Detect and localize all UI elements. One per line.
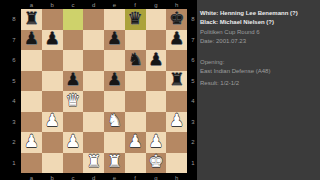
square-a8[interactable]: ♜	[21, 9, 42, 30]
square-g4[interactable]	[146, 91, 167, 112]
event-label: Politiken Cup Round 6	[200, 28, 320, 37]
file-label-b: b	[42, 1, 63, 9]
square-a4[interactable]	[21, 91, 42, 112]
white-player-label: White: Henning Lee Benemann (?)	[200, 9, 320, 18]
square-b8[interactable]	[42, 9, 63, 30]
file-label-f: f	[125, 1, 146, 9]
chess-game-view: abcdefgh 87654321 ♜♛♚♟♟♟♟♞♟♟♟♜♛♟♞♟♟♟♟♟♜♜…	[0, 0, 320, 180]
square-e7[interactable]: ♟	[104, 30, 125, 51]
square-e8[interactable]	[104, 9, 125, 30]
piece-white-pawn: ♟	[45, 112, 60, 129]
piece-white-pawn: ♟	[148, 133, 163, 150]
rank-label-7: 7	[9, 30, 19, 51]
square-f7[interactable]	[125, 30, 146, 51]
square-a2[interactable]: ♟	[21, 132, 42, 153]
piece-black-pawn: ♟	[24, 30, 39, 47]
square-e5[interactable]: ♟	[104, 71, 125, 92]
rank-label-4: 4	[9, 91, 19, 112]
square-h3[interactable]: ♟	[166, 112, 187, 133]
file-label-f: f	[125, 174, 146, 180]
square-d1[interactable]: ♜	[83, 153, 104, 174]
file-label-c: c	[63, 174, 84, 180]
square-h8[interactable]: ♚	[166, 9, 187, 30]
rank-label-3: 3	[9, 112, 19, 133]
square-f3[interactable]	[125, 112, 146, 133]
piece-white-pawn: ♟	[128, 133, 143, 150]
square-c3[interactable]	[63, 112, 84, 133]
file-label-g: g	[146, 174, 167, 180]
piece-black-pawn: ♟	[148, 51, 163, 68]
file-label-e: e	[104, 1, 125, 9]
rank-label-5: 5	[9, 71, 19, 92]
square-g1[interactable]: ♚	[146, 153, 167, 174]
piece-white-pawn: ♟	[24, 133, 39, 150]
square-f8[interactable]: ♛	[125, 9, 146, 30]
opening-name-label: East Indian Defense (A48)	[200, 67, 320, 76]
square-h1[interactable]	[166, 153, 187, 174]
square-d8[interactable]	[83, 9, 104, 30]
square-b3[interactable]: ♟	[42, 112, 63, 133]
square-f5[interactable]	[125, 71, 146, 92]
file-label-e: e	[104, 174, 125, 180]
piece-black-pawn: ♟	[107, 30, 122, 47]
square-h7[interactable]: ♟	[166, 30, 187, 51]
square-h2[interactable]	[166, 132, 187, 153]
piece-black-rook: ♜	[24, 10, 39, 27]
square-c6[interactable]	[63, 50, 84, 71]
piece-white-pawn: ♟	[65, 133, 80, 150]
game-info-panel: White: Henning Lee Benemann (?) Black: M…	[197, 0, 320, 180]
square-e4[interactable]	[104, 91, 125, 112]
square-d3[interactable]	[83, 112, 104, 133]
square-d5[interactable]	[83, 71, 104, 92]
square-e3[interactable]: ♞	[104, 112, 125, 133]
square-h5[interactable]: ♜	[166, 71, 187, 92]
square-g2[interactable]: ♟	[146, 132, 167, 153]
piece-white-rook: ♜	[107, 153, 122, 170]
square-b6[interactable]	[42, 50, 63, 71]
file-label-c: c	[63, 1, 84, 9]
file-label-a: a	[21, 1, 42, 9]
square-e2[interactable]	[104, 132, 125, 153]
square-b4[interactable]	[42, 91, 63, 112]
file-label-d: d	[83, 1, 104, 9]
piece-white-king: ♚	[148, 153, 163, 170]
piece-white-pawn: ♟	[169, 112, 184, 129]
piece-black-pawn: ♟	[107, 71, 122, 88]
square-h4[interactable]	[166, 91, 187, 112]
file-label-g: g	[146, 1, 167, 9]
square-g8[interactable]	[146, 9, 167, 30]
square-f2[interactable]: ♟	[125, 132, 146, 153]
square-a7[interactable]: ♟	[21, 30, 42, 51]
rank-labels-left: 87654321	[9, 9, 19, 173]
result-label: Result: 1/2-1/2	[200, 79, 320, 88]
square-g5[interactable]	[146, 71, 167, 92]
square-e1[interactable]: ♜	[104, 153, 125, 174]
board: ♜♛♚♟♟♟♟♞♟♟♟♜♛♟♞♟♟♟♟♟♜♜♚	[21, 9, 187, 173]
square-b5[interactable]	[42, 71, 63, 92]
square-f1[interactable]	[125, 153, 146, 174]
square-d7[interactable]	[83, 30, 104, 51]
square-c2[interactable]: ♟	[63, 132, 84, 153]
rank-label-6: 6	[9, 50, 19, 71]
piece-white-rook: ♜	[86, 153, 101, 170]
piece-black-knight: ♞	[128, 51, 143, 68]
square-h6[interactable]	[166, 50, 187, 71]
square-f6[interactable]: ♞	[125, 50, 146, 71]
square-c8[interactable]	[63, 9, 84, 30]
piece-black-pawn: ♟	[65, 71, 80, 88]
square-g6[interactable]: ♟	[146, 50, 167, 71]
square-b2[interactable]	[42, 132, 63, 153]
square-c1[interactable]	[63, 153, 84, 174]
square-g7[interactable]	[146, 30, 167, 51]
piece-black-queen: ♛	[128, 10, 143, 27]
file-label-d: d	[83, 174, 104, 180]
file-labels-top: abcdefgh	[21, 1, 187, 9]
piece-black-rook: ♜	[169, 71, 184, 88]
black-player-label: Black: Michael Nielsen (?)	[200, 18, 320, 27]
file-label-a: a	[21, 174, 42, 180]
square-d2[interactable]	[83, 132, 104, 153]
square-d4[interactable]	[83, 91, 104, 112]
piece-black-king: ♚	[169, 10, 184, 27]
piece-white-knight: ♞	[107, 112, 122, 129]
rank-label-8: 8	[9, 9, 19, 30]
piece-black-pawn: ♟	[45, 30, 60, 47]
file-label-h: h	[166, 1, 187, 9]
square-d6[interactable]	[83, 50, 104, 71]
square-a5[interactable]	[21, 71, 42, 92]
square-b7[interactable]: ♟	[42, 30, 63, 51]
square-b1[interactable]	[42, 153, 63, 174]
rank-label-2: 2	[9, 132, 19, 153]
file-label-b: b	[42, 174, 63, 180]
square-c4[interactable]: ♛	[63, 91, 84, 112]
square-c5[interactable]: ♟	[63, 71, 84, 92]
date-label: Date: 2001.07.23	[200, 37, 320, 46]
square-g3[interactable]	[146, 112, 167, 133]
square-e6[interactable]	[104, 50, 125, 71]
square-f4[interactable]	[125, 91, 146, 112]
square-a6[interactable]	[21, 50, 42, 71]
file-label-h: h	[166, 174, 187, 180]
opening-label: Opening:	[200, 58, 320, 67]
board-area: abcdefgh 87654321 ♜♛♚♟♟♟♟♞♟♟♟♜♛♟♞♟♟♟♟♟♜♜…	[0, 0, 197, 180]
square-a1[interactable]	[21, 153, 42, 174]
square-a3[interactable]	[21, 112, 42, 133]
square-c7[interactable]	[63, 30, 84, 51]
piece-white-queen: ♛	[65, 92, 80, 109]
piece-black-pawn: ♟	[169, 30, 184, 47]
file-labels-bottom: abcdefgh	[21, 174, 187, 180]
rank-label-1: 1	[9, 153, 19, 174]
